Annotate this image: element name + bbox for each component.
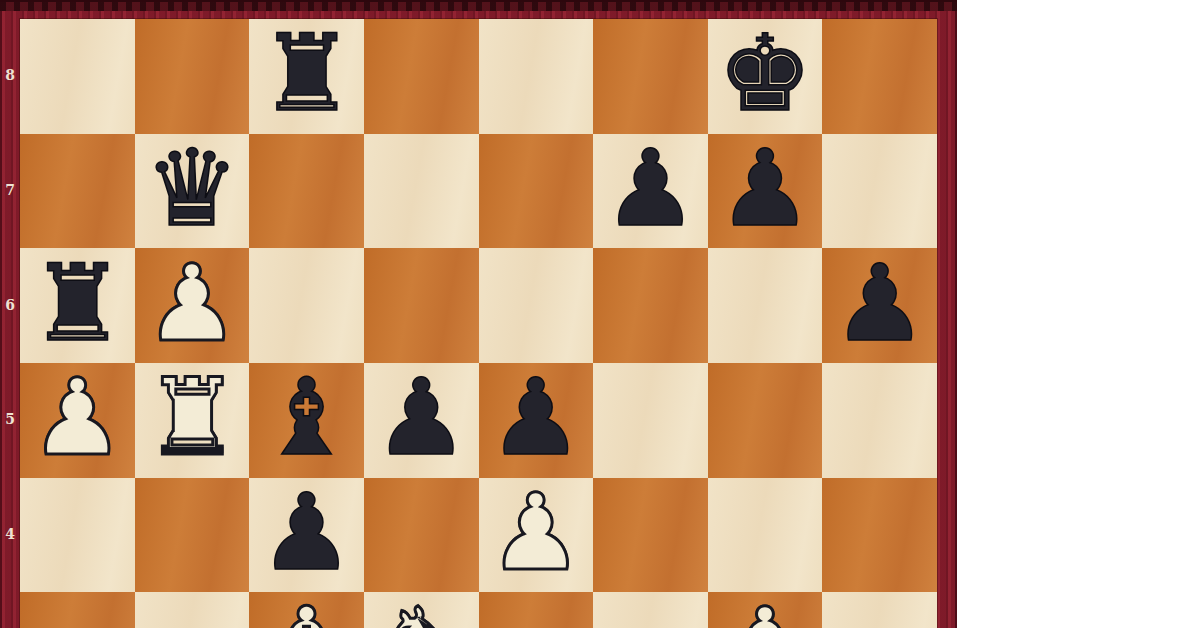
square-g4: [708, 478, 823, 593]
piece-black-rook-a6: ♜: [30, 247, 125, 361]
piece-white-pawn-g3: ♟: [718, 590, 813, 628]
square-c3: ♝: [249, 592, 364, 628]
rank-label-7: 7: [0, 182, 20, 198]
piece-black-pawn-d5: ♟: [374, 361, 469, 475]
piece-white-bishop-c3: ♝: [259, 590, 354, 628]
square-h7: [822, 134, 937, 249]
piece-white-knight-d3: ♞: [374, 590, 469, 628]
piece-black-pawn-e5: ♟: [488, 361, 583, 475]
square-f7: ♟: [593, 134, 708, 249]
square-d6: [364, 248, 479, 363]
piece-white-pawn-e4: ♟: [488, 476, 583, 590]
square-d3: ♞: [364, 592, 479, 628]
square-b5: ♜: [135, 363, 250, 478]
square-g7: ♟: [708, 134, 823, 249]
rank-label-5: 5: [0, 411, 20, 427]
rank-label-6: 6: [0, 297, 20, 313]
square-b8: [135, 19, 250, 134]
square-h5: [822, 363, 937, 478]
piece-black-pawn-h6: ♟: [832, 247, 927, 361]
square-f4: [593, 478, 708, 593]
piece-black-pawn-g7: ♟: [718, 132, 813, 246]
square-f5: [593, 363, 708, 478]
square-d7: [364, 134, 479, 249]
square-c8: ♜: [249, 19, 364, 134]
square-a6: ♜: [20, 248, 135, 363]
piece-black-king-g8: ♚: [718, 17, 813, 131]
square-h4: [822, 478, 937, 593]
piece-white-pawn-b6: ♟: [144, 247, 239, 361]
square-f8: [593, 19, 708, 134]
square-a4: [20, 478, 135, 593]
square-g3: ♟: [708, 592, 823, 628]
square-f6: [593, 248, 708, 363]
square-h6: ♟: [822, 248, 937, 363]
square-b7: ♛: [135, 134, 250, 249]
piece-black-rook-c8: ♜: [259, 17, 354, 131]
square-g6: [708, 248, 823, 363]
square-d8: [364, 19, 479, 134]
rank-label-4: 4: [0, 526, 20, 542]
piece-black-queen-b7: ♛: [144, 132, 239, 246]
square-g8: ♚: [708, 19, 823, 134]
square-e8: [479, 19, 594, 134]
square-c4: ♟: [249, 478, 364, 593]
square-b3: [135, 592, 250, 628]
square-e3: [479, 592, 594, 628]
square-h8: [822, 19, 937, 134]
piece-white-rook-b5: ♜: [144, 361, 239, 475]
square-c6: [249, 248, 364, 363]
square-c5: ♝: [249, 363, 364, 478]
square-e7: [479, 134, 594, 249]
square-g5: [708, 363, 823, 478]
square-a3: [20, 592, 135, 628]
square-a5: ♟: [20, 363, 135, 478]
chess-board: ♜♚♛♟♟♜♟♟♟♜♝♟♟♟♟♝♞♟: [20, 19, 937, 628]
square-c7: [249, 134, 364, 249]
square-e6: [479, 248, 594, 363]
piece-black-bishop-c5: ♝: [259, 361, 354, 475]
square-e5: ♟: [479, 363, 594, 478]
square-f3: [593, 592, 708, 628]
square-h3: [822, 592, 937, 628]
rank-label-8: 8: [0, 67, 20, 83]
piece-black-pawn-f7: ♟: [603, 132, 698, 246]
square-d4: [364, 478, 479, 593]
piece-black-pawn-c4: ♟: [259, 476, 354, 590]
square-a8: [20, 19, 135, 134]
square-a7: [20, 134, 135, 249]
board-frame-top-edge: [0, 0, 957, 11]
square-b4: [135, 478, 250, 593]
square-d5: ♟: [364, 363, 479, 478]
square-e4: ♟: [479, 478, 594, 593]
piece-white-pawn-a5: ♟: [30, 361, 125, 475]
square-b6: ♟: [135, 248, 250, 363]
